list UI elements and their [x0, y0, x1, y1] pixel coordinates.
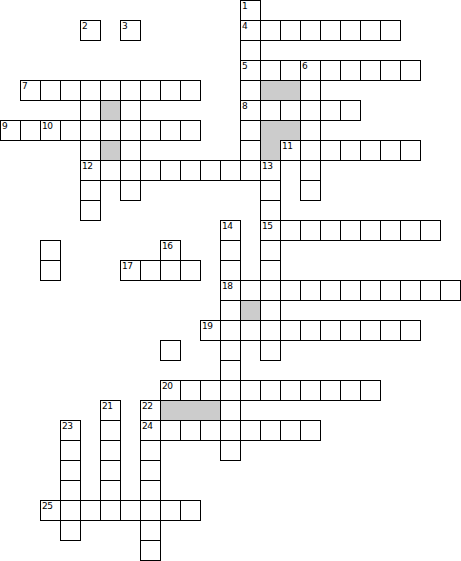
grid-cell[interactable] [320, 60, 341, 81]
grid-cell[interactable] [400, 220, 421, 241]
clue-number: 6 [302, 62, 307, 71]
grid-cell[interactable] [100, 120, 121, 141]
grid-cell[interactable] [80, 500, 101, 521]
grid-cell[interactable] [60, 520, 81, 541]
grid-cell[interactable] [140, 500, 161, 521]
shaded-blocked-region [100, 100, 121, 121]
grid-cell[interactable] [100, 440, 121, 461]
grid-cell[interactable] [140, 440, 161, 461]
grid-cell[interactable] [440, 280, 461, 301]
grid-cell[interactable] [260, 320, 281, 341]
grid-cell[interactable] [240, 80, 261, 101]
grid-cell[interactable] [140, 460, 161, 481]
grid-cell[interactable] [140, 480, 161, 501]
grid-cell[interactable] [400, 320, 421, 341]
grid-cell[interactable] [240, 320, 261, 341]
grid-cell[interactable] [180, 260, 201, 281]
clue-number: 24 [142, 422, 152, 431]
grid-cell[interactable] [60, 500, 81, 521]
clue-number: 16 [162, 242, 172, 251]
grid-cell[interactable] [160, 80, 181, 101]
grid-cell[interactable] [80, 140, 101, 161]
grid-cell[interactable] [120, 160, 141, 181]
grid-cell[interactable] [140, 80, 161, 101]
grid-cell[interactable] [140, 120, 161, 141]
grid-cell[interactable] [280, 100, 301, 121]
clue-number: 17 [122, 262, 132, 271]
grid-cell[interactable] [340, 100, 361, 121]
grid-cell[interactable] [100, 420, 121, 441]
grid-cell[interactable] [320, 280, 341, 301]
grid-cell[interactable] [80, 100, 101, 121]
grid-cell[interactable] [260, 340, 281, 361]
grid-cell[interactable] [180, 160, 201, 181]
grid-cell[interactable] [360, 20, 381, 41]
clue-number: 25 [42, 502, 52, 511]
grid-cell[interactable] [260, 20, 281, 41]
clue-number: 8 [242, 102, 247, 111]
grid-cell[interactable] [160, 420, 181, 441]
grid-cell[interactable] [220, 440, 241, 461]
shaded-blocked-region [240, 300, 261, 321]
grid-cell[interactable] [220, 340, 241, 361]
grid-cell[interactable] [240, 280, 261, 301]
clue-number: 19 [202, 322, 212, 331]
grid-cell[interactable] [20, 120, 41, 141]
grid-cell[interactable] [220, 320, 241, 341]
grid-cell[interactable] [340, 280, 361, 301]
grid-cell[interactable] [280, 220, 301, 241]
grid-cell[interactable] [360, 220, 381, 241]
grid-cell[interactable] [260, 260, 281, 281]
grid-cell[interactable] [320, 20, 341, 41]
grid-cell[interactable] [180, 420, 201, 441]
grid-cell[interactable] [120, 120, 141, 141]
grid-cell[interactable] [80, 200, 101, 221]
grid-cell[interactable] [300, 140, 321, 161]
grid-cell[interactable] [280, 380, 301, 401]
grid-cell[interactable] [220, 240, 241, 261]
grid-cell[interactable] [120, 80, 141, 101]
grid-cell[interactable] [320, 320, 341, 341]
grid-cell[interactable] [100, 500, 121, 521]
clue-number: 9 [2, 122, 7, 131]
clue-number: 18 [222, 282, 232, 291]
clue-number: 12 [82, 162, 92, 171]
clue-number: 22 [142, 402, 152, 411]
clue-number: 5 [242, 62, 247, 71]
grid-cell[interactable] [360, 60, 381, 81]
grid-cell[interactable] [340, 60, 361, 81]
grid-cell[interactable] [420, 280, 441, 301]
grid-cell[interactable] [40, 80, 61, 101]
grid-cell[interactable] [400, 280, 421, 301]
grid-cell[interactable] [240, 120, 261, 141]
grid-cell[interactable] [340, 380, 361, 401]
grid-cell[interactable] [300, 120, 321, 141]
grid-cell[interactable] [240, 420, 261, 441]
grid-cell[interactable] [260, 200, 281, 221]
grid-cell[interactable] [260, 300, 281, 321]
grid-cell[interactable] [300, 320, 321, 341]
shaded-blocked-region [160, 400, 221, 421]
grid-cell[interactable] [160, 500, 181, 521]
grid-cell[interactable] [300, 220, 321, 241]
grid-cell[interactable] [280, 420, 301, 441]
grid-cell[interactable] [180, 500, 201, 521]
shaded-blocked-region [260, 120, 301, 141]
clue-number: 13 [262, 162, 272, 171]
grid-cell[interactable] [300, 280, 321, 301]
grid-cell[interactable] [160, 160, 181, 181]
grid-cell[interactable] [380, 60, 401, 81]
grid-cell[interactable] [140, 160, 161, 181]
grid-cell[interactable] [380, 220, 401, 241]
grid-cell[interactable] [260, 280, 281, 301]
grid-cell[interactable] [300, 420, 321, 441]
grid-cell[interactable] [200, 160, 221, 181]
grid-cell[interactable] [220, 360, 241, 381]
grid-cell[interactable] [280, 60, 301, 81]
grid-cell[interactable] [220, 160, 241, 181]
clue-number: 23 [62, 422, 72, 431]
grid-cell[interactable] [180, 120, 201, 141]
grid-cell[interactable] [60, 460, 81, 481]
grid-cell[interactable] [200, 420, 221, 441]
grid-cell[interactable] [240, 380, 261, 401]
grid-cell[interactable] [300, 80, 321, 101]
grid-cell[interactable] [60, 120, 81, 141]
grid-cell[interactable] [240, 40, 261, 61]
clue-number: 11 [282, 142, 292, 151]
clue-number: 10 [42, 122, 52, 131]
grid-cell[interactable] [340, 140, 361, 161]
grid-cell[interactable] [220, 300, 241, 321]
grid-cell[interactable] [80, 120, 101, 141]
grid-cell[interactable] [260, 240, 281, 261]
clue-number: 21 [102, 402, 112, 411]
grid-cell[interactable] [100, 460, 121, 481]
grid-cell[interactable] [320, 220, 341, 241]
shaded-region-join [261, 139, 280, 142]
grid-cell[interactable] [120, 180, 141, 201]
clue-number: 7 [22, 82, 27, 91]
grid-cell[interactable] [120, 140, 141, 161]
grid-cell[interactable] [360, 140, 381, 161]
clue-number: 14 [222, 222, 232, 231]
grid-cell[interactable] [300, 100, 321, 121]
grid-cell[interactable] [280, 280, 301, 301]
grid-cell[interactable] [420, 220, 441, 241]
clue-number: 20 [162, 382, 172, 391]
grid-cell[interactable] [100, 80, 121, 101]
grid-cell[interactable] [240, 160, 261, 181]
grid-cell[interactable] [300, 180, 321, 201]
clue-number: 2 [82, 22, 87, 31]
grid-cell[interactable] [300, 380, 321, 401]
grid-cell[interactable] [120, 500, 141, 521]
grid-cell[interactable] [220, 420, 241, 441]
grid-cell[interactable] [160, 120, 181, 141]
grid-cell[interactable] [180, 80, 201, 101]
grid-cell[interactable] [300, 20, 321, 41]
grid-cell[interactable] [140, 520, 161, 541]
grid-cell[interactable] [240, 140, 261, 161]
clue-number: 3 [122, 22, 127, 31]
clue-number: 4 [242, 22, 247, 31]
clue-number: 1 [242, 2, 247, 11]
grid-cell[interactable] [260, 180, 281, 201]
grid-cell[interactable] [380, 320, 401, 341]
grid-cell[interactable] [360, 320, 381, 341]
grid-cell[interactable] [220, 400, 241, 421]
grid-cell[interactable] [360, 380, 381, 401]
grid-cell[interactable] [280, 20, 301, 41]
grid-cell[interactable] [380, 140, 401, 161]
grid-cell[interactable] [80, 180, 101, 201]
clue-number: 15 [262, 222, 272, 231]
grid-cell[interactable] [140, 540, 161, 561]
grid-cell[interactable] [260, 100, 281, 121]
grid-cell[interactable] [260, 380, 281, 401]
grid-cell[interactable] [60, 480, 81, 501]
grid-cell[interactable] [40, 240, 61, 261]
grid-cell[interactable] [160, 260, 181, 281]
grid-cell[interactable] [80, 80, 101, 101]
grid-cell[interactable] [400, 140, 421, 161]
shaded-blocked-region [100, 140, 121, 161]
shaded-blocked-region [260, 80, 301, 101]
grid-cell[interactable] [140, 260, 161, 281]
grid-cell[interactable] [120, 100, 141, 121]
grid-cell[interactable] [320, 140, 341, 161]
grid-cell[interactable] [280, 320, 301, 341]
grid-cell[interactable] [60, 440, 81, 461]
grid-cell[interactable] [260, 60, 281, 81]
grid-cell[interactable] [340, 320, 361, 341]
grid-cell[interactable] [220, 260, 241, 281]
grid-cell[interactable] [320, 380, 341, 401]
shaded-blocked-region [260, 140, 281, 161]
grid-cell[interactable] [380, 20, 401, 41]
grid-cell[interactable] [340, 220, 361, 241]
grid-cell[interactable] [160, 340, 181, 361]
grid-cell[interactable] [320, 100, 341, 121]
grid-cell[interactable] [380, 280, 401, 301]
grid-cell[interactable] [340, 20, 361, 41]
grid-cell[interactable] [220, 380, 241, 401]
crossword-grid: 1234567891011121314151617181920212223242… [0, 0, 461, 561]
grid-cell[interactable] [300, 160, 321, 181]
grid-cell[interactable] [200, 380, 221, 401]
grid-cell[interactable] [400, 60, 421, 81]
grid-cell[interactable] [260, 420, 281, 441]
grid-cell[interactable] [360, 280, 381, 301]
grid-cell[interactable] [40, 260, 61, 281]
grid-cell[interactable] [100, 480, 121, 501]
grid-cell[interactable] [60, 80, 81, 101]
grid-cell[interactable] [180, 380, 201, 401]
grid-cell[interactable] [100, 160, 121, 181]
